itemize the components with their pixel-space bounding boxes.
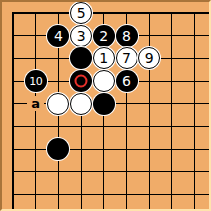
- grid-line-horizontal: [12, 171, 209, 172]
- stone-white-1: 1: [93, 47, 115, 69]
- move-number: 9: [145, 51, 154, 65]
- go-board: a54328179106: [0, 0, 211, 211]
- stone-black: [70, 47, 92, 69]
- grid-line-vertical: [171, 12, 172, 209]
- move-number: 7: [122, 51, 131, 65]
- move-number: 8: [122, 29, 131, 43]
- grid-line-horizontal: [12, 126, 209, 127]
- grid-line-horizontal: [12, 12, 209, 14]
- stone-black-6: 6: [116, 70, 138, 92]
- stone-black-2: 2: [93, 25, 115, 47]
- stone-black-10: 10: [25, 70, 47, 92]
- move-number: 1: [99, 51, 108, 65]
- stone-black: [93, 93, 115, 115]
- stone-black-8: 8: [116, 25, 138, 47]
- stone-white: [47, 93, 69, 115]
- move-number: 6: [122, 74, 131, 88]
- stone-white-3: 3: [70, 25, 92, 47]
- grid-line-vertical: [149, 12, 150, 209]
- circle-marker-icon: [75, 75, 88, 88]
- stone-white: [93, 70, 115, 92]
- stone-white-7: 7: [116, 47, 138, 69]
- move-number: 3: [77, 29, 86, 43]
- grid-line-horizontal: [12, 149, 209, 150]
- move-number: 10: [29, 76, 42, 87]
- move-number: 5: [77, 6, 86, 20]
- grid-line-horizontal: [12, 194, 209, 195]
- grid-line-vertical: [194, 12, 195, 209]
- stone-white-5: 5: [70, 2, 92, 24]
- grid-line-vertical: [12, 12, 14, 209]
- stone-black: [70, 70, 92, 92]
- stone-black: [47, 138, 69, 160]
- stone-white-9: 9: [138, 47, 160, 69]
- stone-black-4: 4: [47, 25, 69, 47]
- stone-white: [70, 93, 92, 115]
- point-label-a: a: [27, 96, 44, 111]
- move-number: 2: [99, 29, 108, 43]
- move-number: 4: [54, 29, 63, 43]
